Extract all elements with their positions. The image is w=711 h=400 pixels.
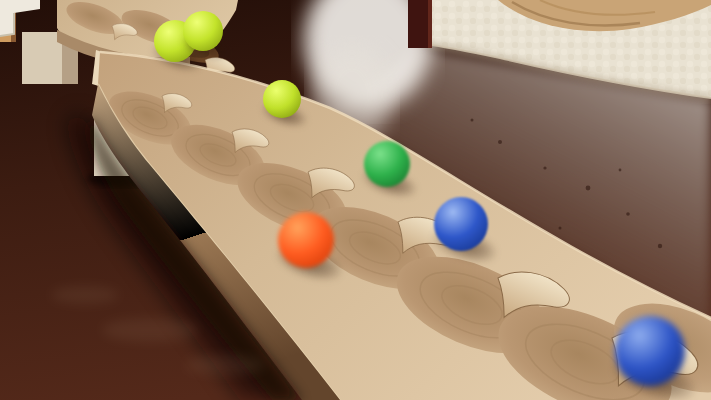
background-and-track — [0, 0, 711, 400]
photo-scene — [0, 0, 711, 400]
door-post — [408, 0, 432, 48]
